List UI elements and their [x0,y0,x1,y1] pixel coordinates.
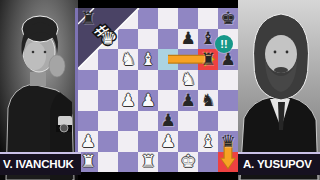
square-a5[interactable] [78,70,98,91]
piece-white-bishop-d6[interactable]: ♝ [140,51,155,68]
square-b5[interactable] [98,70,118,91]
square-e2[interactable]: ♟ [158,131,178,152]
piece-white-bishop-g2[interactable]: ♝ [200,133,215,150]
piece-black-pawn-a7[interactable]: ♟ [80,30,95,47]
square-f3[interactable] [178,111,198,132]
square-e6[interactable] [158,49,178,70]
piece-black-pawn-h6[interactable]: ♟ [220,51,235,68]
square-g5[interactable] [198,70,218,91]
piece-black-rook-a8[interactable]: ♜ [80,10,95,27]
square-c5[interactable] [118,70,138,91]
square-g6[interactable]: ♜ [198,49,218,70]
square-g2[interactable]: ♝ [198,131,218,152]
square-e5[interactable] [158,70,178,91]
square-a6[interactable] [78,49,98,70]
square-c2[interactable] [118,131,138,152]
square-a4[interactable] [78,90,98,111]
piece-white-pawn-d4[interactable]: ♟ [140,92,155,109]
piece-white-king-f1[interactable]: ♚ [180,153,195,170]
square-h2[interactable]: ♛ [218,131,238,152]
piece-black-king-h8[interactable]: ♚ [220,10,235,27]
square-b3[interactable] [98,111,118,132]
square-b8[interactable] [98,8,118,29]
square-d5[interactable] [138,70,158,91]
square-b4[interactable] [98,90,118,111]
square-f7[interactable]: ♟ [178,29,198,50]
piece-white-rook-d1[interactable]: ♜ [140,153,155,170]
square-e1[interactable] [158,152,178,173]
brilliant-move-badge: !! [215,35,233,53]
square-g4[interactable]: ♞ [198,90,218,111]
player-name-banner-right: A. YUSUPOV [238,152,320,175]
square-c7[interactable] [118,29,138,50]
piece-white-rook-a1[interactable]: ♜ [80,153,95,170]
square-c8[interactable] [118,8,138,29]
thumbnail-canvas: ♜♚♟♛♟♝♞♝♜♟♞♟♟♟♞♟♟♟♝♛♜♜♚ #3 !! V. IVANCHU… [0,0,320,180]
square-d6[interactable]: ♝ [138,49,158,70]
square-h4[interactable] [218,90,238,111]
square-a8[interactable]: ♜ [78,8,98,29]
piece-black-queen-h2[interactable]: ♛ [220,133,235,150]
square-b2[interactable] [98,131,118,152]
square-e4[interactable] [158,90,178,111]
square-b7[interactable]: ♛ [98,29,118,50]
piece-white-queen-b7[interactable]: ♛ [100,30,115,47]
square-d4[interactable]: ♟ [138,90,158,111]
piece-white-pawn-e2[interactable]: ♟ [160,133,175,150]
square-a3[interactable] [78,111,98,132]
square-h1[interactable] [218,152,238,173]
piece-black-pawn-e3[interactable]: ♟ [160,112,175,129]
square-h5[interactable] [218,70,238,91]
square-h3[interactable] [218,111,238,132]
square-h8[interactable]: ♚ [218,8,238,29]
player-name-banner-left: V. IVANCHUK [0,152,81,175]
square-d2[interactable] [138,131,158,152]
square-g8[interactable] [198,8,218,29]
square-d3[interactable] [138,111,158,132]
piece-white-knight-c6[interactable]: ♞ [120,51,135,68]
square-g3[interactable] [198,111,218,132]
square-c4[interactable]: ♟ [118,90,138,111]
chess-board: ♜♚♟♛♟♝♞♝♜♟♞♟♟♟♞♟♟♟♝♛♜♜♚ [78,8,238,172]
square-a2[interactable]: ♟ [78,131,98,152]
piece-white-knight-f5[interactable]: ♞ [180,71,195,88]
square-c1[interactable] [118,152,138,173]
square-d8[interactable] [138,8,158,29]
square-d1[interactable]: ♜ [138,152,158,173]
square-f5[interactable]: ♞ [178,70,198,91]
square-d7[interactable] [138,29,158,50]
square-b1[interactable] [98,152,118,173]
piece-white-pawn-c4[interactable]: ♟ [120,92,135,109]
piece-black-rook-g6[interactable]: ♜ [200,51,215,68]
square-b6[interactable] [98,49,118,70]
piece-black-bishop-g7[interactable]: ♝ [200,30,215,47]
square-f1[interactable]: ♚ [178,152,198,173]
square-g1[interactable] [198,152,218,173]
square-f6[interactable] [178,49,198,70]
square-a7[interactable]: ♟ [78,29,98,50]
square-f2[interactable] [178,131,198,152]
square-f4[interactable]: ♟ [178,90,198,111]
piece-black-knight-g4[interactable]: ♞ [200,92,215,109]
square-e3[interactable]: ♟ [158,111,178,132]
square-a1[interactable]: ♜ [78,152,98,173]
square-f8[interactable] [178,8,198,29]
square-e8[interactable] [158,8,178,29]
square-c3[interactable] [118,111,138,132]
piece-black-pawn-f7[interactable]: ♟ [180,30,195,47]
piece-black-pawn-f4[interactable]: ♟ [180,92,195,109]
piece-white-pawn-a2[interactable]: ♟ [80,133,95,150]
square-e7[interactable] [158,29,178,50]
square-c6[interactable]: ♞ [118,49,138,70]
